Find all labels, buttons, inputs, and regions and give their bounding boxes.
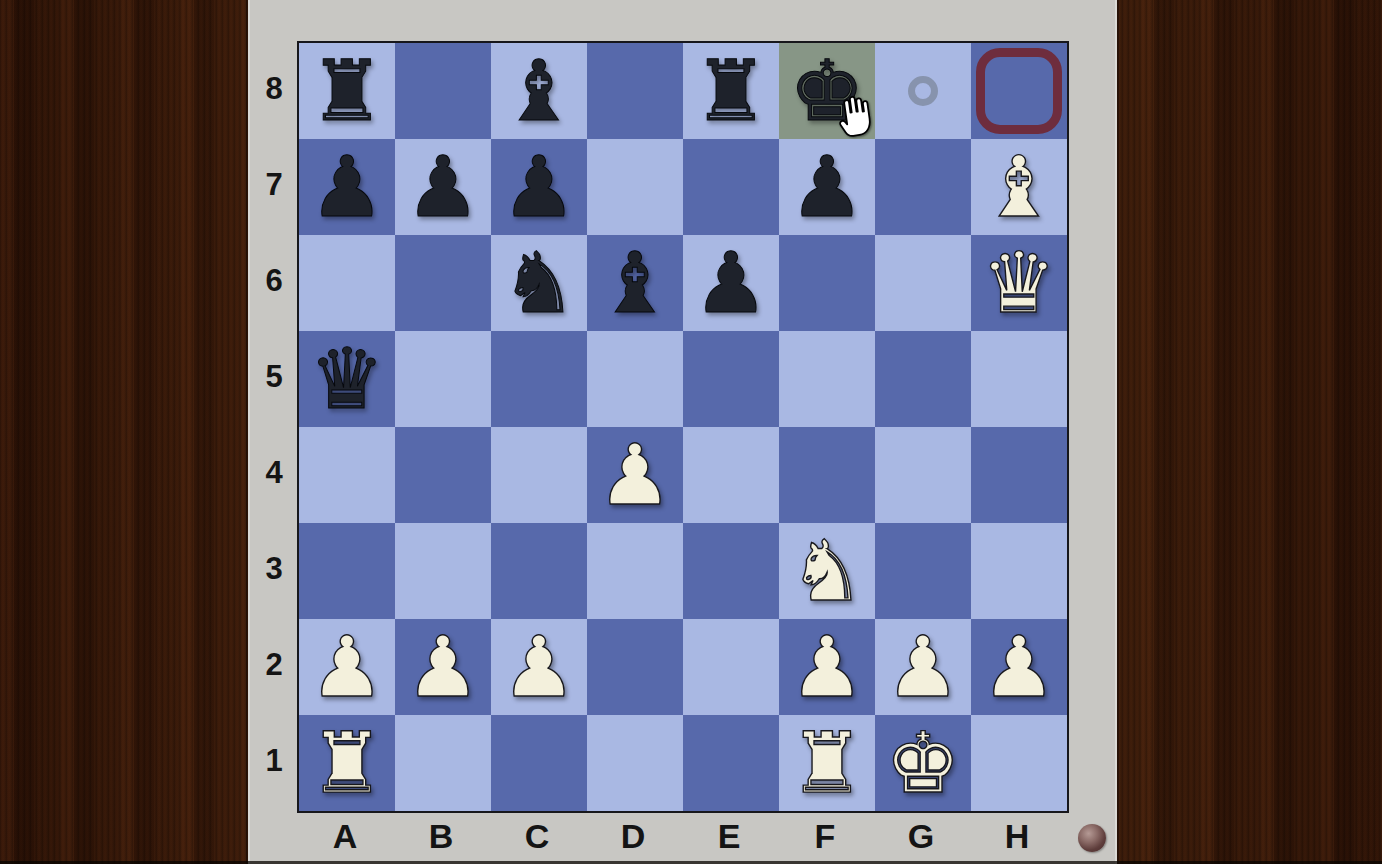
square-g7[interactable] [875, 139, 971, 235]
square-c3[interactable] [491, 523, 587, 619]
target-square-outline[interactable] [976, 48, 1062, 134]
square-h5[interactable] [971, 331, 1067, 427]
square-b2[interactable]: ♟ [395, 619, 491, 715]
black-pawn[interactable]: ♟ [683, 235, 779, 331]
square-c4[interactable] [491, 427, 587, 523]
square-f5[interactable] [779, 331, 875, 427]
square-h6[interactable]: ♛ [971, 235, 1067, 331]
square-g5[interactable] [875, 331, 971, 427]
square-c6[interactable]: ♞ [491, 235, 587, 331]
chess-board[interactable]: ♜♝♜♚♟♟♟♟♝♞♝♟♛♛♟♞♟♟♟♟♟♟♜♜♚ [297, 41, 1069, 813]
white-pawn[interactable]: ♟ [587, 427, 683, 523]
rank-labels: 87654321 [252, 41, 296, 809]
square-f6[interactable] [779, 235, 875, 331]
square-g3[interactable] [875, 523, 971, 619]
white-bishop[interactable]: ♝ [971, 139, 1067, 235]
turn-indicator-ball [1078, 824, 1106, 852]
square-d4[interactable]: ♟ [587, 427, 683, 523]
square-a8[interactable]: ♜ [299, 43, 395, 139]
white-queen[interactable]: ♛ [971, 235, 1067, 331]
file-label-c: C [489, 813, 585, 861]
black-bishop[interactable]: ♝ [587, 235, 683, 331]
white-rook[interactable]: ♜ [779, 715, 875, 811]
rank-label-3: 3 [252, 521, 296, 617]
square-b3[interactable] [395, 523, 491, 619]
square-f2[interactable]: ♟ [779, 619, 875, 715]
black-pawn[interactable]: ♟ [491, 139, 587, 235]
square-g1[interactable]: ♚ [875, 715, 971, 811]
black-pawn[interactable]: ♟ [395, 139, 491, 235]
square-g6[interactable] [875, 235, 971, 331]
square-e6[interactable]: ♟ [683, 235, 779, 331]
square-g4[interactable] [875, 427, 971, 523]
square-d5[interactable] [587, 331, 683, 427]
black-bishop[interactable]: ♝ [491, 43, 587, 139]
square-e8[interactable]: ♜ [683, 43, 779, 139]
square-f3[interactable]: ♞ [779, 523, 875, 619]
square-h1[interactable] [971, 715, 1067, 811]
square-e4[interactable] [683, 427, 779, 523]
rank-label-6: 6 [252, 233, 296, 329]
square-f4[interactable] [779, 427, 875, 523]
square-b5[interactable] [395, 331, 491, 427]
file-labels: ABCDEFGH [297, 813, 1065, 861]
square-c1[interactable] [491, 715, 587, 811]
square-b1[interactable] [395, 715, 491, 811]
square-d6[interactable]: ♝ [587, 235, 683, 331]
file-label-b: B [393, 813, 489, 861]
black-queen[interactable]: ♛ [299, 331, 395, 427]
black-rook[interactable]: ♜ [683, 43, 779, 139]
square-d8[interactable] [587, 43, 683, 139]
file-label-g: G [873, 813, 969, 861]
rank-label-5: 5 [252, 329, 296, 425]
square-e3[interactable] [683, 523, 779, 619]
file-label-a: A [297, 813, 393, 861]
square-h4[interactable] [971, 427, 1067, 523]
white-pawn[interactable]: ♟ [971, 619, 1067, 715]
square-c2[interactable]: ♟ [491, 619, 587, 715]
square-f1[interactable]: ♜ [779, 715, 875, 811]
white-king[interactable]: ♚ [875, 715, 971, 811]
square-h8[interactable] [971, 43, 1067, 139]
rank-label-4: 4 [252, 425, 296, 521]
square-b8[interactable] [395, 43, 491, 139]
square-h3[interactable] [971, 523, 1067, 619]
square-e2[interactable] [683, 619, 779, 715]
black-rook[interactable]: ♜ [299, 43, 395, 139]
square-d7[interactable] [587, 139, 683, 235]
black-pawn[interactable]: ♟ [779, 139, 875, 235]
square-d2[interactable] [587, 619, 683, 715]
rank-label-7: 7 [252, 137, 296, 233]
rank-label-8: 8 [252, 41, 296, 137]
square-g8[interactable] [875, 43, 971, 139]
square-a7[interactable]: ♟ [299, 139, 395, 235]
file-label-h: H [969, 813, 1065, 861]
white-knight[interactable]: ♞ [779, 523, 875, 619]
rank-label-2: 2 [252, 617, 296, 713]
rank-label-1: 1 [252, 713, 296, 809]
square-d3[interactable] [587, 523, 683, 619]
square-d1[interactable] [587, 715, 683, 811]
square-g2[interactable]: ♟ [875, 619, 971, 715]
square-a5[interactable]: ♛ [299, 331, 395, 427]
black-knight[interactable]: ♞ [491, 235, 587, 331]
white-rook[interactable]: ♜ [299, 715, 395, 811]
square-f7[interactable]: ♟ [779, 139, 875, 235]
square-e1[interactable] [683, 715, 779, 811]
square-a3[interactable] [299, 523, 395, 619]
square-c5[interactable] [491, 331, 587, 427]
square-c7[interactable]: ♟ [491, 139, 587, 235]
square-f8[interactable]: ♚ [779, 43, 875, 139]
square-h2[interactable]: ♟ [971, 619, 1067, 715]
file-label-d: D [585, 813, 681, 861]
white-pawn[interactable]: ♟ [395, 619, 491, 715]
white-pawn[interactable]: ♟ [779, 619, 875, 715]
square-e5[interactable] [683, 331, 779, 427]
board-panel: 87654321 ♜♝♜♚♟♟♟♟♝♞♝♟♛♛♟♞♟♟♟♟♟♟♜♜♚ ABCDE… [248, 0, 1117, 864]
square-a2[interactable]: ♟ [299, 619, 395, 715]
black-pawn[interactable]: ♟ [299, 139, 395, 235]
file-label-f: F [777, 813, 873, 861]
white-pawn[interactable]: ♟ [299, 619, 395, 715]
square-h7[interactable]: ♝ [971, 139, 1067, 235]
square-a1[interactable]: ♜ [299, 715, 395, 811]
square-b4[interactable] [395, 427, 491, 523]
square-a6[interactable] [299, 235, 395, 331]
move-hint-ring[interactable] [908, 76, 938, 106]
square-a4[interactable] [299, 427, 395, 523]
square-c8[interactable]: ♝ [491, 43, 587, 139]
white-pawn[interactable]: ♟ [491, 619, 587, 715]
black-king[interactable]: ♚ [779, 43, 875, 139]
white-pawn[interactable]: ♟ [875, 619, 971, 715]
file-label-e: E [681, 813, 777, 861]
square-e7[interactable] [683, 139, 779, 235]
square-b7[interactable]: ♟ [395, 139, 491, 235]
square-b6[interactable] [395, 235, 491, 331]
